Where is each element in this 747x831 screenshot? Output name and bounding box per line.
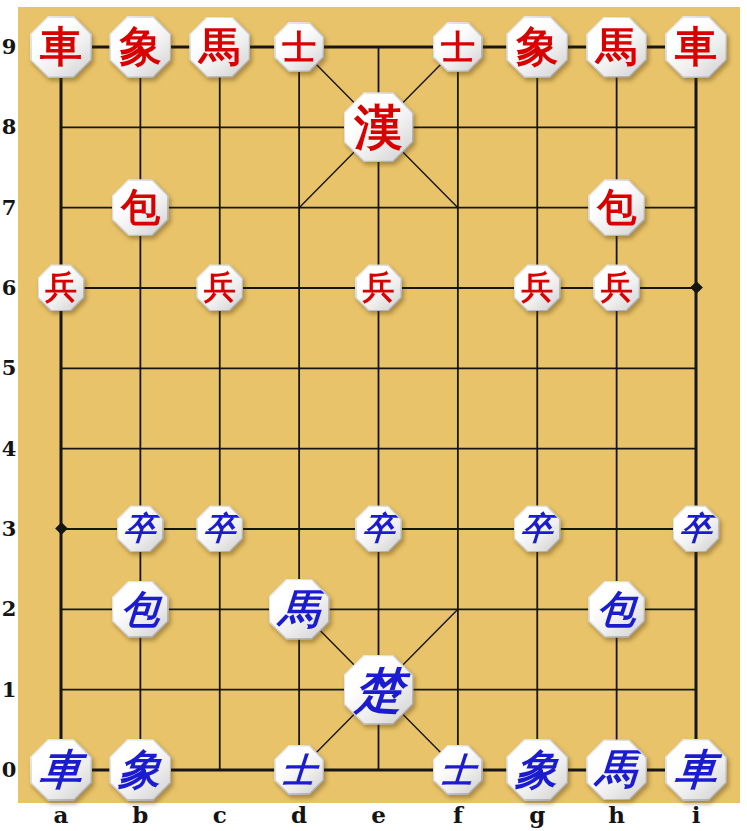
rank-label-1: 1: [0, 678, 18, 702]
piece-red-pawn-c6[interactable]: 兵: [196, 264, 243, 311]
piece-octagon: 士: [433, 745, 483, 795]
piece-face: 車: [667, 740, 726, 799]
piece-face: 包: [590, 181, 644, 235]
piece-glyph-elephant: 象: [119, 16, 161, 78]
piece-octagon: 卒: [514, 505, 561, 552]
piece-red-horse-h9[interactable]: 馬: [586, 17, 647, 78]
piece-glyph-pawn: 兵: [601, 264, 633, 311]
piece-red-elephant-g9[interactable]: 象: [506, 16, 568, 78]
piece-blue-pawn-c3[interactable]: 卒: [196, 505, 243, 552]
piece-face: 士: [276, 746, 323, 793]
piece-face: 卒: [198, 507, 242, 551]
piece-blue-chariot-a0[interactable]: 車: [30, 739, 92, 801]
piece-blue-cannon-h2[interactable]: 包: [588, 581, 645, 638]
piece-octagon: 士: [433, 22, 483, 72]
piece-face: 楚: [345, 656, 412, 723]
piece-red-pawn-g6[interactable]: 兵: [514, 264, 561, 311]
piece-glyph-horse: 馬: [199, 17, 240, 78]
piece-glyph-guard: 士: [441, 22, 475, 72]
piece-glyph-pawn: 卒: [123, 505, 158, 552]
piece-blue-horse-d2[interactable]: 馬: [269, 579, 330, 640]
piece-face: 漢: [345, 94, 412, 161]
file-label-d: d: [283, 802, 315, 828]
file-label-c: c: [204, 802, 236, 828]
piece-octagon: 車: [665, 739, 727, 801]
piece-glyph-pawn: 卒: [520, 505, 555, 552]
piece-glyph-horse: 馬: [276, 579, 321, 640]
piece-octagon: 包: [112, 179, 169, 236]
piece-blue-elephant-g0[interactable]: 象: [506, 739, 568, 801]
piece-glyph-elephant: 象: [514, 739, 560, 801]
piece-red-general-e8[interactable]: 漢: [344, 92, 414, 162]
file-label-b: b: [124, 802, 156, 828]
piece-glyph-general: 漢: [355, 92, 403, 162]
piece-glyph-chariot: 車: [673, 739, 719, 801]
piece-glyph-guard: 士: [439, 745, 476, 795]
piece-glyph-cannon: 包: [119, 581, 162, 638]
piece-face: 馬: [588, 741, 646, 799]
janggi-app: 9876543210abcdefghi 車象馬士士象馬車漢包包兵兵兵兵兵卒卒卒卒…: [0, 0, 747, 831]
piece-face: 兵: [595, 266, 639, 310]
piece-blue-guard-f0[interactable]: 士: [433, 745, 483, 795]
piece-face: 象: [111, 740, 170, 799]
rank-label-3: 3: [0, 517, 18, 541]
piece-blue-cannon-b2[interactable]: 包: [112, 581, 169, 638]
piece-glyph-horse: 馬: [594, 739, 639, 800]
piece-face: 兵: [39, 266, 83, 310]
piece-octagon: 車: [30, 739, 92, 801]
rank-label-5: 5: [0, 356, 18, 380]
rank-label-8: 8: [0, 115, 18, 139]
piece-face: 象: [508, 18, 567, 77]
piece-octagon: 漢: [344, 92, 414, 162]
piece-face: 包: [590, 582, 644, 636]
piece-face: 馬: [588, 18, 646, 76]
piece-face: 士: [434, 746, 481, 793]
piece-red-elephant-b9[interactable]: 象: [109, 16, 171, 78]
piece-glyph-cannon: 包: [597, 179, 636, 236]
piece-octagon: 兵: [593, 264, 640, 311]
piece-blue-guard-d0[interactable]: 士: [274, 745, 324, 795]
piece-face: 卒: [515, 507, 559, 551]
piece-red-pawn-h6[interactable]: 兵: [593, 264, 640, 311]
piece-octagon: 馬: [586, 739, 647, 800]
piece-glyph-pawn: 卒: [202, 505, 237, 552]
file-label-i: i: [680, 802, 712, 828]
piece-glyph-cannon: 包: [595, 581, 638, 638]
piece-glyph-elephant: 象: [516, 16, 558, 78]
piece-octagon: 兵: [355, 264, 402, 311]
piece-glyph-cannon: 包: [121, 179, 160, 236]
piece-blue-horse-h0[interactable]: 馬: [586, 739, 647, 800]
file-label-g: g: [521, 802, 553, 828]
piece-glyph-chariot: 車: [38, 739, 84, 801]
piece-glyph-pawn: 卒: [361, 505, 396, 552]
piece-octagon: 象: [109, 739, 171, 801]
piece-octagon: 卒: [673, 505, 720, 552]
piece-face: 包: [113, 181, 167, 235]
piece-blue-pawn-g3[interactable]: 卒: [514, 505, 561, 552]
piece-red-pawn-a6[interactable]: 兵: [38, 264, 85, 311]
piece-octagon: 兵: [196, 264, 243, 311]
piece-octagon: 馬: [269, 579, 330, 640]
piece-face: 士: [434, 24, 481, 71]
piece-face: 兵: [515, 266, 559, 310]
piece-octagon: 兵: [38, 264, 85, 311]
piece-octagon: 卒: [355, 505, 402, 552]
piece-blue-general-e1[interactable]: 楚: [344, 655, 414, 725]
piece-octagon: 士: [274, 745, 324, 795]
piece-octagon: 象: [109, 16, 171, 78]
piece-face: 卒: [118, 507, 162, 551]
piece-glyph-pawn: 兵: [521, 264, 553, 311]
piece-red-chariot-a9[interactable]: 車: [30, 16, 92, 78]
piece-face: 象: [508, 740, 567, 799]
file-label-f: f: [442, 802, 474, 828]
piece-red-guard-f9[interactable]: 士: [433, 22, 483, 72]
piece-face: 士: [276, 24, 323, 71]
piece-octagon: 楚: [344, 655, 414, 725]
piece-octagon: 士: [274, 22, 324, 72]
piece-face: 馬: [191, 18, 249, 76]
file-label-h: h: [601, 802, 633, 828]
piece-glyph-horse: 馬: [596, 17, 637, 78]
piece-octagon: 象: [506, 16, 568, 78]
rank-label-6: 6: [0, 276, 18, 300]
piece-blue-chariot-i0[interactable]: 車: [665, 739, 727, 801]
piece-red-horse-c9[interactable]: 馬: [189, 17, 250, 78]
piece-glyph-guard: 士: [282, 22, 316, 72]
piece-face: 兵: [198, 266, 242, 310]
piece-red-cannon-b7[interactable]: 包: [112, 179, 169, 236]
piece-octagon: 包: [112, 581, 169, 638]
piece-blue-pawn-b3[interactable]: 卒: [117, 505, 164, 552]
piece-face: 象: [111, 18, 170, 77]
piece-octagon: 車: [665, 16, 727, 78]
piece-blue-pawn-e3[interactable]: 卒: [355, 505, 402, 552]
rank-label-2: 2: [0, 597, 18, 621]
rank-label-4: 4: [0, 437, 18, 461]
rank-label-9: 9: [0, 35, 18, 59]
piece-face: 卒: [357, 507, 401, 551]
piece-octagon: 兵: [514, 264, 561, 311]
piece-glyph-chariot: 車: [40, 16, 82, 78]
piece-face: 車: [667, 18, 726, 77]
piece-glyph-guard: 士: [280, 745, 317, 795]
piece-octagon: 車: [30, 16, 92, 78]
piece-face: 車: [32, 18, 91, 77]
piece-blue-pawn-i3[interactable]: 卒: [673, 505, 720, 552]
piece-octagon: 包: [588, 581, 645, 638]
piece-face: 兵: [357, 266, 401, 310]
piece-octagon: 卒: [117, 505, 164, 552]
piece-face: 車: [32, 740, 91, 799]
piece-red-chariot-i9[interactable]: 車: [665, 16, 727, 78]
piece-octagon: 馬: [189, 17, 250, 78]
piece-octagon: 卒: [196, 505, 243, 552]
piece-glyph-general: 楚: [352, 655, 405, 725]
piece-glyph-chariot: 車: [675, 16, 717, 78]
piece-face: 包: [113, 582, 167, 636]
piece-glyph-elephant: 象: [117, 739, 163, 801]
piece-octagon: 包: [588, 179, 645, 236]
piece-glyph-pawn: 卒: [678, 505, 713, 552]
file-label-a: a: [45, 802, 77, 828]
piece-face: 馬: [270, 580, 328, 638]
piece-glyph-pawn: 兵: [204, 264, 236, 311]
file-label-e: e: [363, 802, 395, 828]
piece-glyph-pawn: 兵: [45, 264, 77, 311]
piece-face: 卒: [674, 507, 718, 551]
piece-glyph-pawn: 兵: [363, 264, 395, 311]
piece-red-guard-d9[interactable]: 士: [274, 22, 324, 72]
piece-red-pawn-e6[interactable]: 兵: [355, 264, 402, 311]
piece-blue-elephant-b0[interactable]: 象: [109, 739, 171, 801]
piece-octagon: 馬: [586, 17, 647, 78]
rank-label-0: 0: [0, 758, 18, 782]
piece-red-cannon-h7[interactable]: 包: [588, 179, 645, 236]
rank-label-7: 7: [0, 196, 18, 220]
piece-octagon: 象: [506, 739, 568, 801]
